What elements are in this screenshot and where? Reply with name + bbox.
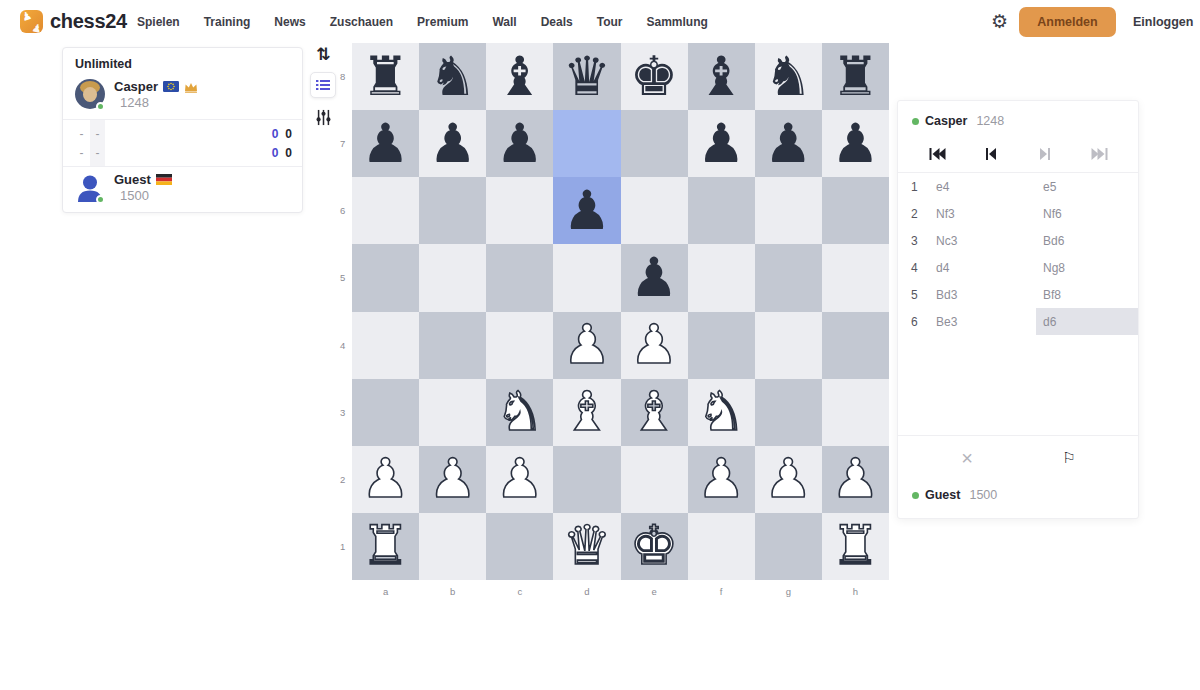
square-b7[interactable]: ♟ [419, 110, 486, 177]
rank-label-3: 3 [340, 379, 345, 446]
move-black-2[interactable]: Nf6 [1036, 200, 1138, 227]
square-g3[interactable] [755, 379, 822, 446]
logo-pawn-icon: ♟ [20, 10, 33, 24]
resign-flag-icon: ⚐ [1062, 451, 1075, 466]
square-a4[interactable] [352, 312, 419, 379]
square-d6[interactable]: ♟ [553, 177, 620, 244]
file-label-g: g [755, 583, 822, 597]
file-label-f: f [688, 583, 755, 597]
rank-label-6: 6 [340, 177, 345, 244]
move-row-1: 1e4e5 [898, 173, 1138, 200]
go-to-start-button[interactable] [910, 148, 964, 160]
square-g8[interactable]: ♞ [755, 43, 822, 110]
square-g5[interactable] [755, 244, 822, 311]
nav-item-wall[interactable]: Wall [492, 15, 516, 29]
square-d4[interactable]: ♟ [553, 312, 620, 379]
square-c2[interactable]: ♟ [486, 446, 553, 513]
square-a2[interactable]: ♟ [352, 446, 419, 513]
game-actions: × ⚐ [898, 435, 1138, 476]
white-rook: ♜ [361, 519, 409, 573]
black-pawn: ♟ [764, 117, 812, 171]
file-label-b: b [419, 583, 486, 597]
white-pawn: ♟ [764, 452, 812, 506]
move-white-1[interactable]: e4 [926, 173, 1036, 200]
chess24-logo[interactable]: ♟ ♟ chess24 [20, 10, 127, 33]
login-link[interactable]: Einloggen [1133, 15, 1193, 29]
go-to-end-button[interactable] [1072, 148, 1126, 160]
online-status-dot [96, 102, 105, 111]
score-dash: - [74, 146, 89, 160]
square-h1[interactable]: ♜ [822, 513, 889, 580]
score-dash: - [90, 127, 105, 141]
nav-item-premium[interactable]: Premium [417, 15, 468, 29]
square-b5[interactable] [419, 244, 486, 311]
black-king: ♚ [630, 50, 678, 104]
square-e4[interactable]: ♟ [621, 312, 688, 379]
move-row-4: 4d4Ng8 [898, 254, 1138, 281]
black-rook: ♜ [831, 50, 879, 104]
white-bishop: ♝ [563, 385, 611, 439]
rank-label-5: 5 [340, 244, 345, 311]
rank-label-8: 8 [340, 43, 345, 110]
square-a5[interactable] [352, 244, 419, 311]
premium-crown-icon [184, 81, 198, 93]
player-rating: 1500 [120, 188, 172, 203]
square-f8[interactable]: ♝ [688, 43, 755, 110]
settings-gear-icon[interactable]: ⚙ [991, 10, 1008, 32]
move-white-3[interactable]: Nc3 [926, 227, 1036, 254]
score-value: 0 [272, 127, 279, 141]
nav-item-tour[interactable]: Tour [597, 15, 623, 29]
black-bishop: ♝ [697, 50, 745, 104]
square-c4[interactable] [486, 312, 553, 379]
nav-item-training[interactable]: Training [204, 15, 251, 29]
logo-pawn-icon: ♟ [31, 21, 43, 33]
signup-button[interactable]: Anmelden [1019, 7, 1116, 37]
square-e8[interactable]: ♚ [621, 43, 688, 110]
square-g1[interactable] [755, 513, 822, 580]
move-black-6[interactable]: d6 [1036, 308, 1138, 335]
square-a3[interactable] [352, 379, 419, 446]
square-c7[interactable]: ♟ [486, 110, 553, 177]
white-pawn: ♟ [563, 318, 611, 372]
move-row-5: 5Bd3Bf8 [898, 281, 1138, 308]
flip-board-icon[interactable]: ⇅ [316, 46, 330, 63]
rank-label-2: 2 [340, 446, 345, 513]
page: ♟ ♟ chess24 SpielenTrainingNewsZuschauen… [0, 0, 1200, 690]
black-pawn: ♟ [361, 117, 409, 171]
move-list: 1e4e52Nf3Nf63Nc3Bd64d4Ng85Bd3Bf86Be3d6 [898, 173, 1138, 335]
move-white-5[interactable]: Bd3 [926, 281, 1036, 308]
square-f4[interactable] [688, 312, 755, 379]
square-d2[interactable] [553, 446, 620, 513]
move-list-icon[interactable] [310, 72, 336, 98]
white-pawn: ♟ [630, 318, 678, 372]
square-c6[interactable] [486, 177, 553, 244]
square-g7[interactable]: ♟ [755, 110, 822, 177]
rank-label-1: 1 [340, 513, 345, 580]
square-g6[interactable] [755, 177, 822, 244]
square-c5[interactable] [486, 244, 553, 311]
square-f7[interactable]: ♟ [688, 110, 755, 177]
score-value: 0 [285, 127, 292, 141]
square-b2[interactable]: ♟ [419, 446, 486, 513]
online-status-dot [912, 118, 919, 125]
top-navbar: ♟ ♟ chess24 SpielenTrainingNewsZuschauen… [0, 0, 1200, 44]
score-table: --00--00 [63, 119, 302, 167]
square-b4[interactable] [419, 312, 486, 379]
file-label-d: d [553, 583, 620, 597]
square-h5[interactable] [822, 244, 889, 311]
player-rating: 1248 [120, 95, 198, 110]
board-area: 87654321 ♜♞♝♛♚♝♞♜♟♟♟♟♟♟♟♟♟♟♞♝♝♞♟♟♟♟♟♟♜♛♚… [352, 43, 889, 580]
score-row: --00 [63, 143, 302, 162]
top-player-row: Casper 1248 [63, 74, 302, 119]
move-row-6: 6Be3d6 [898, 308, 1138, 335]
black-bishop: ♝ [496, 50, 544, 104]
white-rook: ♜ [831, 519, 879, 573]
rank-label-7: 7 [340, 110, 345, 177]
move-white-2[interactable]: Nf3 [926, 200, 1036, 227]
square-b8[interactable]: ♞ [419, 43, 486, 110]
black-pawn: ♟ [630, 251, 678, 305]
square-a8[interactable]: ♜ [352, 43, 419, 110]
white-pawn: ♟ [697, 452, 745, 506]
score-dash: - [90, 146, 105, 160]
online-status-dot [912, 492, 919, 499]
black-rook: ♜ [361, 50, 409, 104]
online-status-dot [96, 195, 105, 204]
panel-bottom-player: Guest 1500 [898, 476, 1138, 518]
white-pawn: ♟ [831, 452, 879, 506]
logo-text: chess24 [50, 10, 127, 33]
square-f6[interactable] [688, 177, 755, 244]
close-icon: × [961, 448, 973, 468]
move-panel: Casper 1248 1e4e52Nf3Nf63Nc3Bd64d4Ng85Bd… [897, 100, 1139, 519]
square-h4[interactable] [822, 312, 889, 379]
rank-label-4: 4 [340, 312, 345, 379]
player-rating: 1500 [969, 488, 997, 502]
game-info-panel: Unlimited Casper 1248 --00--00 [62, 47, 303, 213]
move-black-1[interactable]: e5 [1036, 173, 1138, 200]
previous-move-button[interactable] [964, 148, 1018, 160]
square-h3[interactable] [822, 379, 889, 446]
time-control-label: Unlimited [63, 48, 302, 74]
file-label-h: h [822, 583, 889, 597]
resign-button[interactable]: ⚐ [1055, 444, 1083, 472]
square-f1[interactable] [688, 513, 755, 580]
move-number: 1 [898, 173, 926, 200]
square-b6[interactable] [419, 177, 486, 244]
nav-item-sammlung[interactable]: Sammlung [646, 15, 707, 29]
black-queen: ♛ [563, 50, 611, 104]
move-black-4[interactable]: Ng8 [1036, 254, 1138, 281]
rank-labels: 87654321 [340, 43, 345, 580]
square-a6[interactable] [352, 177, 419, 244]
square-h6[interactable] [822, 177, 889, 244]
bottom-player-row: Guest 1500 [63, 167, 302, 212]
square-g4[interactable] [755, 312, 822, 379]
square-c8[interactable]: ♝ [486, 43, 553, 110]
player-name: Guest [114, 172, 151, 187]
move-black-5[interactable]: Bf8 [1036, 281, 1138, 308]
eu-flag-icon [163, 81, 179, 92]
square-e7[interactable] [621, 110, 688, 177]
square-e6[interactable] [621, 177, 688, 244]
score-row: --00 [63, 124, 302, 143]
chess24-logo-icon: ♟ ♟ [20, 10, 43, 33]
move-white-6[interactable]: Be3 [926, 308, 1036, 335]
nav-item-deals[interactable]: Deals [541, 15, 573, 29]
square-a7[interactable]: ♟ [352, 110, 419, 177]
move-number: 6 [898, 308, 926, 335]
move-number: 3 [898, 227, 926, 254]
square-d8[interactable]: ♛ [553, 43, 620, 110]
chess-board: ♜♞♝♛♚♝♞♜♟♟♟♟♟♟♟♟♟♟♞♝♝♞♟♟♟♟♟♟♜♛♚♜ [352, 43, 889, 580]
square-e3[interactable]: ♝ [621, 379, 688, 446]
square-d3[interactable]: ♝ [553, 379, 620, 446]
square-c3[interactable]: ♞ [486, 379, 553, 446]
settings-sliders-icon[interactable] [312, 107, 334, 127]
square-h7[interactable]: ♟ [822, 110, 889, 177]
square-e2[interactable] [621, 446, 688, 513]
move-number: 2 [898, 200, 926, 227]
move-black-3[interactable]: Bd6 [1036, 227, 1138, 254]
square-h8[interactable]: ♜ [822, 43, 889, 110]
abort-game-button[interactable]: × [953, 444, 981, 472]
black-pawn: ♟ [697, 117, 745, 171]
square-d7[interactable] [553, 110, 620, 177]
nav-item-news[interactable]: News [274, 15, 305, 29]
white-pawn: ♟ [361, 452, 409, 506]
square-f3[interactable]: ♞ [688, 379, 755, 446]
square-f5[interactable] [688, 244, 755, 311]
square-b1[interactable] [419, 513, 486, 580]
square-g2[interactable]: ♟ [755, 446, 822, 513]
white-queen: ♛ [563, 519, 611, 573]
square-c1[interactable] [486, 513, 553, 580]
germany-flag-icon [156, 174, 172, 185]
black-pawn: ♟ [831, 117, 879, 171]
white-knight: ♞ [697, 385, 745, 439]
square-a1[interactable]: ♜ [352, 513, 419, 580]
next-move-button[interactable] [1018, 148, 1072, 160]
player-name: Casper [925, 114, 967, 128]
file-label-c: c [486, 583, 553, 597]
score-value: 0 [272, 146, 279, 160]
square-f2[interactable]: ♟ [688, 446, 755, 513]
square-d1[interactable]: ♛ [553, 513, 620, 580]
black-knight: ♞ [428, 50, 476, 104]
main-nav: SpielenTrainingNewsZuschauenPremiumWallD… [137, 0, 708, 44]
black-pawn: ♟ [428, 117, 476, 171]
score-value: 0 [285, 146, 292, 160]
score-dash: - [74, 127, 89, 141]
file-label-a: a [352, 583, 419, 597]
square-e5[interactable]: ♟ [621, 244, 688, 311]
move-navigation [898, 132, 1138, 172]
move-white-4[interactable]: d4 [926, 254, 1036, 281]
square-b3[interactable] [419, 379, 486, 446]
board-tools: ⇅ [309, 46, 337, 127]
nav-item-spielen[interactable]: Spielen [137, 15, 180, 29]
move-number: 4 [898, 254, 926, 281]
panel-top-player: Casper 1248 [898, 101, 1138, 132]
square-d5[interactable] [553, 244, 620, 311]
square-h2[interactable]: ♟ [822, 446, 889, 513]
player-name: Guest [925, 488, 960, 502]
white-knight: ♞ [496, 385, 544, 439]
black-pawn: ♟ [496, 117, 544, 171]
player-name: Casper [114, 79, 158, 94]
player-rating: 1248 [976, 114, 1004, 128]
white-pawn: ♟ [496, 452, 544, 506]
file-labels: abcdefgh [352, 583, 889, 597]
nav-item-zuschauen[interactable]: Zuschauen [330, 15, 393, 29]
move-number: 5 [898, 281, 926, 308]
score-rows: --00--00 [63, 124, 302, 162]
move-row-2: 2Nf3Nf6 [898, 200, 1138, 227]
black-knight: ♞ [764, 50, 812, 104]
white-pawn: ♟ [428, 452, 476, 506]
black-pawn: ♟ [563, 184, 611, 238]
white-bishop: ♝ [630, 385, 678, 439]
square-e1[interactable]: ♚ [621, 513, 688, 580]
file-label-e: e [621, 583, 688, 597]
move-row-3: 3Nc3Bd6 [898, 227, 1138, 254]
white-king: ♚ [630, 519, 678, 573]
